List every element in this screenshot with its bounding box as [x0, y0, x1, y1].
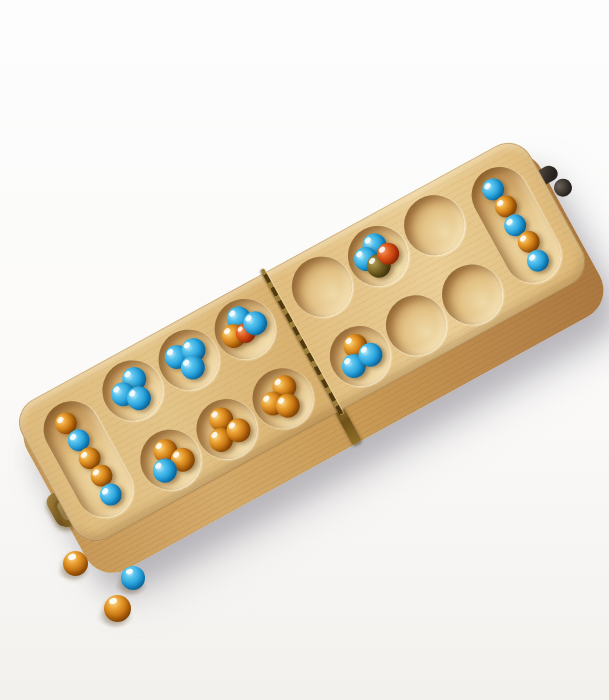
loose-bead-1[interactable] — [63, 551, 88, 576]
loose-bead-2[interactable] — [121, 566, 145, 590]
bead-amber — [63, 551, 88, 576]
mancala-board — [10, 133, 595, 550]
bead-blue — [121, 566, 145, 590]
bead-amber — [104, 595, 131, 622]
photo-scene — [0, 0, 609, 700]
loose-bead-3[interactable] — [104, 595, 131, 622]
